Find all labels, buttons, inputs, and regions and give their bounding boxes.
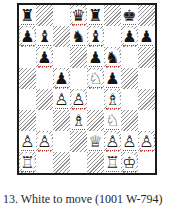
board-square [53, 26, 70, 47]
white-pawn: ♙ [105, 132, 120, 151]
board-square: ♖ [104, 152, 121, 173]
board-square [36, 152, 53, 173]
board-square: ♗ [104, 89, 121, 110]
board-square [36, 5, 53, 26]
board-square [70, 152, 87, 173]
board-square [19, 68, 36, 89]
white-pawn: ♙ [139, 132, 154, 151]
board-square [138, 47, 155, 68]
black-king: ♚ [122, 6, 137, 25]
board-square: ♞ [104, 47, 121, 68]
board-square [53, 152, 70, 173]
white-pawn: ♙ [71, 90, 86, 109]
board-square [121, 89, 138, 110]
board-square [70, 68, 87, 89]
white-pawn: ♙ [122, 132, 137, 151]
board-square: ♟ [36, 47, 53, 68]
board-square [121, 47, 138, 68]
black-knight: ♞ [71, 27, 86, 46]
board-square [70, 47, 87, 68]
board-square [19, 110, 36, 131]
board-square: ♘ [104, 110, 121, 131]
board-square: ♙ [36, 131, 53, 152]
board-square: ♙ [70, 89, 87, 110]
board-square [70, 131, 87, 152]
board-square: ♖ [19, 152, 36, 173]
diagram-caption: 13. White to move (1001 W-794) [3, 192, 171, 206]
board-square [138, 5, 155, 26]
board-square: ♟ [121, 26, 138, 47]
board-square [19, 89, 36, 110]
board-square [19, 47, 36, 68]
white-knight: ♘ [88, 69, 103, 88]
board-square: ♗ [70, 110, 87, 131]
board-square [53, 131, 70, 152]
white-queen: ♕ [88, 132, 103, 151]
white-pawn: ♙ [20, 132, 35, 151]
board-square [36, 110, 53, 131]
board-square: ♝ [87, 26, 104, 47]
board-square [121, 68, 138, 89]
board-square: ♔ [121, 152, 138, 173]
white-knight: ♘ [105, 111, 120, 130]
black-pawn: ♟ [105, 69, 120, 88]
board-square: ♙ [138, 131, 155, 152]
white-bishop: ♗ [105, 90, 120, 109]
black-bishop: ♝ [88, 27, 103, 46]
chess-board: ♜♛♜♚♟♝♞♝♟♟♟♟♞♟♘♟♙♙♗♗♘♙♙♕♙♙♙♖♖♔ [17, 3, 157, 175]
board-square [36, 89, 53, 110]
board-square: ♜ [87, 5, 104, 26]
board-square [138, 110, 155, 131]
white-rook: ♖ [105, 153, 120, 172]
black-pawn: ♟ [139, 27, 154, 46]
board-square: ♟ [104, 68, 121, 89]
black-pawn: ♟ [54, 69, 69, 88]
board-square: ♜ [19, 5, 36, 26]
board-square [104, 5, 121, 26]
black-rook: ♜ [88, 6, 103, 25]
white-pawn: ♙ [54, 90, 69, 109]
black-pawn: ♟ [122, 27, 137, 46]
board-square: ♝ [36, 26, 53, 47]
board-square: ♛ [70, 5, 87, 26]
board-square: ♟ [19, 26, 36, 47]
white-king: ♔ [122, 153, 137, 172]
board-square: ♘ [87, 68, 104, 89]
board-square [104, 26, 121, 47]
board-square: ♞ [70, 26, 87, 47]
board-square: ♙ [104, 131, 121, 152]
board-square: ♟ [138, 26, 155, 47]
board-square: ♚ [121, 5, 138, 26]
board-square [53, 110, 70, 131]
board-square [138, 89, 155, 110]
board-square: ♙ [53, 89, 70, 110]
board-square [121, 110, 138, 131]
black-pawn: ♟ [37, 48, 52, 67]
black-pawn: ♟ [88, 48, 103, 67]
board-square [87, 89, 104, 110]
scanned-page: ♜♛♜♚♟♝♞♝♟♟♟♟♞♟♘♟♙♙♗♗♘♙♙♕♙♙♙♖♖♔ 13. White… [0, 0, 171, 214]
black-knight: ♞ [105, 48, 120, 67]
board-square: ♕ [87, 131, 104, 152]
board-square: ♟ [53, 68, 70, 89]
board-square: ♟ [87, 47, 104, 68]
black-rook: ♜ [20, 6, 35, 25]
board-square [138, 152, 155, 173]
white-pawn: ♙ [37, 132, 52, 151]
board-square [87, 110, 104, 131]
board-square [138, 68, 155, 89]
board-square [36, 68, 53, 89]
board-square [53, 47, 70, 68]
black-pawn: ♟ [20, 27, 35, 46]
board-square [53, 5, 70, 26]
black-queen: ♛ [71, 6, 86, 25]
black-bishop: ♝ [37, 27, 52, 46]
white-bishop: ♗ [71, 111, 86, 130]
board-square: ♙ [121, 131, 138, 152]
board-square [87, 152, 104, 173]
board-square: ♙ [19, 131, 36, 152]
white-rook: ♖ [20, 153, 35, 172]
